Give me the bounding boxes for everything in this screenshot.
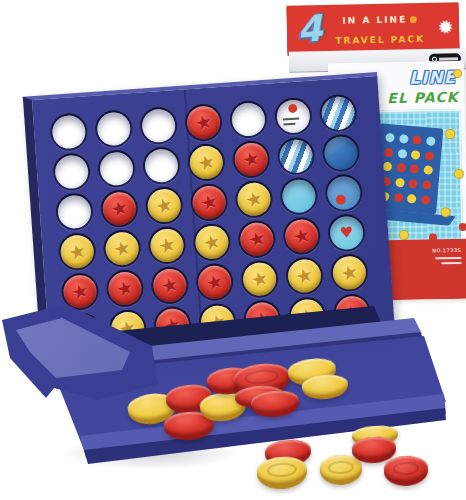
product-photo: 4 IN A LINE TRAVEL PACK ✹ LINE EL PACK N…	[0, 0, 466, 500]
loose-red-disc-floor	[383, 455, 429, 487]
disc-top-face	[383, 455, 428, 482]
disc-ring-detail	[328, 460, 354, 475]
disc-ring-detail	[244, 368, 279, 386]
loose-discs	[0, 0, 466, 500]
loose-yellow-disc-floor	[256, 455, 308, 490]
disc-top-face	[256, 455, 308, 485]
disc-ring-detail	[266, 462, 297, 478]
disc-ring-detail	[392, 461, 419, 476]
